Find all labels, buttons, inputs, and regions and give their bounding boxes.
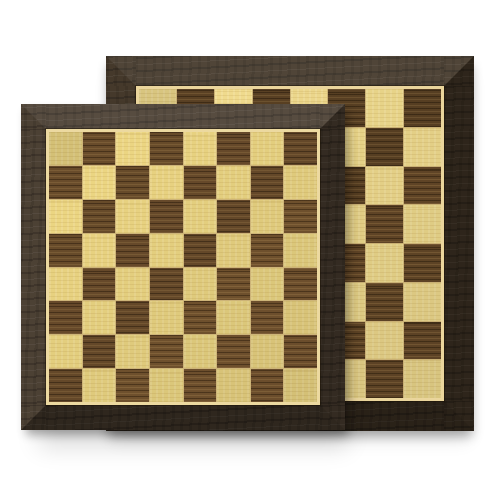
board-square: [284, 335, 317, 368]
board-square: [284, 200, 317, 233]
board-square: [404, 322, 441, 360]
board-square: [116, 335, 149, 368]
board-square: [217, 335, 250, 368]
board-square: [116, 166, 149, 199]
board-square: [251, 234, 284, 267]
board-square: [184, 301, 217, 334]
board-square: [184, 369, 217, 402]
board-square: [83, 301, 116, 334]
board-square: [251, 268, 284, 301]
board-square: [404, 128, 441, 166]
board-square: [184, 335, 217, 368]
board-square: [150, 335, 183, 368]
board-square: [284, 268, 317, 301]
board-square: [150, 132, 183, 165]
board-square: [116, 234, 149, 267]
board-square: [49, 301, 82, 334]
board-square: [251, 369, 284, 402]
board-square: [284, 369, 317, 402]
board-square: [49, 335, 82, 368]
board-square: [251, 166, 284, 199]
board-square: [366, 89, 403, 127]
board-square: [184, 166, 217, 199]
board-square: [404, 360, 441, 398]
board-square: [150, 301, 183, 334]
board-square: [217, 234, 250, 267]
board-square: [49, 166, 82, 199]
board-square: [83, 369, 116, 402]
chessboard-front: [21, 104, 345, 430]
board-square: [83, 268, 116, 301]
squares-grid-front: [49, 132, 317, 402]
board-square: [217, 301, 250, 334]
playing-field-front: [46, 129, 320, 405]
board-square: [184, 200, 217, 233]
board-square: [150, 234, 183, 267]
board-square: [49, 234, 82, 267]
board-square: [217, 268, 250, 301]
board-square: [284, 301, 317, 334]
board-square: [184, 268, 217, 301]
board-square: [49, 132, 82, 165]
board-square: [366, 167, 403, 205]
board-square: [404, 205, 441, 243]
board-square: [404, 244, 441, 282]
board-square: [184, 132, 217, 165]
board-square: [83, 234, 116, 267]
board-square: [49, 268, 82, 301]
board-square: [284, 132, 317, 165]
board-square: [83, 166, 116, 199]
board-square: [366, 283, 403, 321]
board-square: [150, 200, 183, 233]
board-square: [150, 369, 183, 402]
board-square: [284, 234, 317, 267]
product-photo-stage: [0, 0, 500, 500]
board-square: [49, 200, 82, 233]
board-square: [404, 89, 441, 127]
board-square: [83, 132, 116, 165]
board-square: [366, 244, 403, 282]
board-square: [217, 166, 250, 199]
board-square: [116, 301, 149, 334]
board-square: [116, 200, 149, 233]
board-square: [366, 205, 403, 243]
board-square: [217, 132, 250, 165]
board-square: [284, 166, 317, 199]
board-square: [217, 369, 250, 402]
board-square: [150, 166, 183, 199]
board-square: [83, 200, 116, 233]
board-square: [366, 322, 403, 360]
board-square: [116, 369, 149, 402]
board-square: [251, 335, 284, 368]
board-square: [150, 268, 183, 301]
board-square: [251, 132, 284, 165]
board-square: [217, 200, 250, 233]
board-square: [251, 301, 284, 334]
board-square: [251, 200, 284, 233]
board-square: [49, 369, 82, 402]
board-square: [116, 268, 149, 301]
board-square: [404, 167, 441, 205]
board-square: [366, 360, 403, 398]
board-square: [404, 283, 441, 321]
board-square: [366, 128, 403, 166]
board-square: [116, 132, 149, 165]
board-square: [83, 335, 116, 368]
board-square: [184, 234, 217, 267]
